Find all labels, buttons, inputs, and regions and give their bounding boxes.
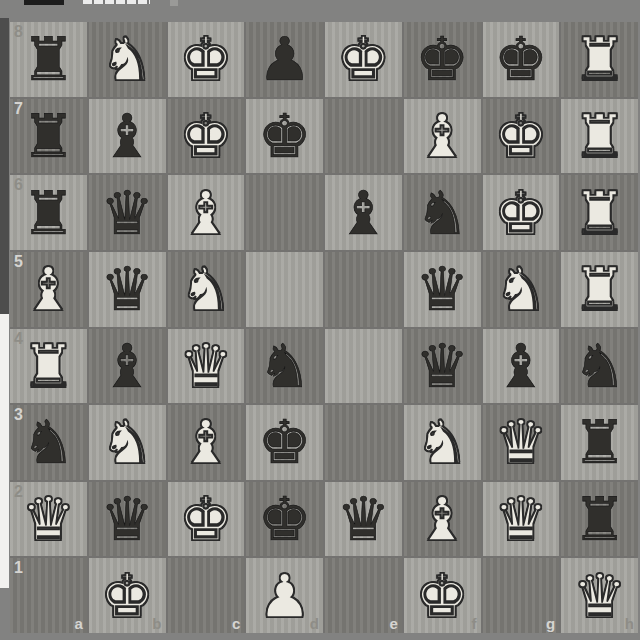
square-h7[interactable]: ♜ (561, 99, 638, 174)
piece-white-bishop-a5[interactable]: ♝ (21, 259, 75, 319)
square-a6[interactable]: 6♜ (10, 175, 87, 250)
square-h1[interactable]: h♛ (561, 558, 638, 633)
square-e7[interactable] (325, 99, 402, 174)
square-c3[interactable]: ♝ (168, 405, 245, 480)
square-a5[interactable]: 5♝ (10, 252, 87, 327)
piece-black-queen-b2[interactable]: ♛ (100, 489, 154, 549)
piece-white-queen-g2[interactable]: ♛ (494, 489, 548, 549)
square-a1[interactable]: 1a (10, 558, 87, 633)
square-g3[interactable]: ♛ (483, 405, 560, 480)
square-g7[interactable]: ♚ (483, 99, 560, 174)
piece-black-rook-a7[interactable]: ♜ (21, 106, 75, 166)
square-e2[interactable]: ♛ (325, 482, 402, 557)
square-g5[interactable]: ♞ (483, 252, 560, 327)
square-b3[interactable]: ♞ (89, 405, 166, 480)
chess-board: 8♜♞♚♟♚♚♚♜7♜♝♚♚♝♚♜6♜♛♝♝♞♚♜5♝♛♞♛♞♜4♜♝♛♞♛♝♞… (10, 22, 638, 633)
piece-black-queen-f4[interactable]: ♛ (415, 336, 469, 396)
square-d8[interactable]: ♟ (246, 22, 323, 97)
file-label-b: b (152, 615, 161, 632)
piece-black-bishop-e6[interactable]: ♝ (336, 183, 390, 243)
piece-white-pawn-d1[interactable]: ♟ (258, 566, 312, 626)
square-a7[interactable]: 7♜ (10, 99, 87, 174)
piece-white-bishop-f7[interactable]: ♝ (415, 106, 469, 166)
piece-white-knight-b3[interactable]: ♞ (100, 412, 154, 472)
piece-white-king-g6[interactable]: ♚ (494, 183, 548, 243)
square-b7[interactable]: ♝ (89, 99, 166, 174)
toolbar-fragment-dark (24, 0, 64, 5)
evaluation-bar-black-portion (0, 18, 9, 314)
piece-black-king-f8[interactable]: ♚ (415, 29, 469, 89)
piece-black-king-d3[interactable]: ♚ (258, 412, 312, 472)
square-b4[interactable]: ♝ (89, 329, 166, 404)
square-e3[interactable] (325, 405, 402, 480)
piece-white-knight-f3[interactable]: ♞ (415, 412, 469, 472)
rank-label-4: 4 (14, 330, 23, 348)
piece-white-queen-c4[interactable]: ♛ (179, 336, 233, 396)
square-c6[interactable]: ♝ (168, 175, 245, 250)
square-c1[interactable]: c (168, 558, 245, 633)
square-b2[interactable]: ♛ (89, 482, 166, 557)
piece-white-king-c7[interactable]: ♚ (179, 106, 233, 166)
square-c8[interactable]: ♚ (168, 22, 245, 97)
toolbar-fragment-strip (83, 0, 150, 4)
piece-white-rook-h5[interactable]: ♜ (573, 259, 627, 319)
square-b6[interactable]: ♛ (89, 175, 166, 250)
piece-white-knight-g5[interactable]: ♞ (494, 259, 548, 319)
square-d1[interactable]: d♟ (246, 558, 323, 633)
square-a4[interactable]: 4♜ (10, 329, 87, 404)
square-a3[interactable]: 3♞ (10, 405, 87, 480)
toolbar-fragment-square (170, 0, 178, 6)
file-label-e: e (389, 615, 397, 632)
rank-label-8: 8 (14, 23, 23, 41)
piece-white-queen-a2[interactable]: ♛ (21, 489, 75, 549)
piece-black-pawn-d8[interactable]: ♟ (258, 29, 312, 89)
square-f1[interactable]: f♚ (404, 558, 481, 633)
piece-black-knight-h4[interactable]: ♞ (573, 336, 627, 396)
square-h5[interactable]: ♜ (561, 252, 638, 327)
piece-white-rook-h7[interactable]: ♜ (573, 106, 627, 166)
piece-black-bishop-b4[interactable]: ♝ (100, 336, 154, 396)
piece-black-king-d7[interactable]: ♚ (258, 106, 312, 166)
square-h3[interactable]: ♜ (561, 405, 638, 480)
square-d3[interactable]: ♚ (246, 405, 323, 480)
piece-white-bishop-c6[interactable]: ♝ (179, 183, 233, 243)
square-f5[interactable]: ♛ (404, 252, 481, 327)
square-g4[interactable]: ♝ (483, 329, 560, 404)
square-f3[interactable]: ♞ (404, 405, 481, 480)
piece-white-knight-b8[interactable]: ♞ (100, 29, 154, 89)
square-g8[interactable]: ♚ (483, 22, 560, 97)
piece-black-knight-d4[interactable]: ♞ (258, 336, 312, 396)
rank-label-6: 6 (14, 176, 23, 194)
square-a2[interactable]: 2♛ (10, 482, 87, 557)
square-e8[interactable]: ♚ (325, 22, 402, 97)
square-f2[interactable]: ♝ (404, 482, 481, 557)
file-label-c: c (232, 615, 240, 632)
piece-white-rook-h8[interactable]: ♜ (573, 29, 627, 89)
piece-black-king-d2[interactable]: ♚ (258, 489, 312, 549)
square-h2[interactable]: ♜ (561, 482, 638, 557)
evaluation-bar-white-portion (0, 314, 9, 588)
piece-black-queen-b5[interactable]: ♛ (100, 259, 154, 319)
square-d7[interactable]: ♚ (246, 99, 323, 174)
piece-white-king-g7[interactable]: ♚ (494, 106, 548, 166)
square-d2[interactable]: ♚ (246, 482, 323, 557)
piece-black-bishop-b7[interactable]: ♝ (100, 106, 154, 166)
square-f6[interactable]: ♞ (404, 175, 481, 250)
piece-black-queen-f5[interactable]: ♛ (415, 259, 469, 319)
square-e1[interactable]: e (325, 558, 402, 633)
file-label-d: d (310, 615, 319, 632)
piece-white-rook-a4[interactable]: ♜ (21, 336, 75, 396)
piece-black-rook-h3[interactable]: ♜ (573, 412, 627, 472)
square-d6[interactable] (246, 175, 323, 250)
piece-black-knight-f6[interactable]: ♞ (415, 183, 469, 243)
square-h6[interactable]: ♜ (561, 175, 638, 250)
square-g6[interactable]: ♚ (483, 175, 560, 250)
piece-black-knight-a3[interactable]: ♞ (21, 412, 75, 472)
square-f4[interactable]: ♛ (404, 329, 481, 404)
piece-white-king-b1[interactable]: ♚ (100, 566, 154, 626)
chess-app-screen: 8♜♞♚♟♚♚♚♜7♜♝♚♚♝♚♜6♜♛♝♝♞♚♜5♝♛♞♛♞♜4♜♝♛♞♛♝♞… (0, 0, 640, 640)
square-e5[interactable] (325, 252, 402, 327)
piece-black-rook-h2[interactable]: ♜ (573, 489, 627, 549)
square-c2[interactable]: ♚ (168, 482, 245, 557)
square-g1[interactable]: g (483, 558, 560, 633)
square-a8[interactable]: 8♜ (10, 22, 87, 97)
piece-black-king-g8[interactable]: ♚ (494, 29, 548, 89)
file-label-f: f (472, 615, 477, 632)
piece-black-bishop-g4[interactable]: ♝ (494, 336, 548, 396)
square-c4[interactable]: ♛ (168, 329, 245, 404)
piece-white-king-c2[interactable]: ♚ (179, 489, 233, 549)
square-e4[interactable] (325, 329, 402, 404)
square-e6[interactable]: ♝ (325, 175, 402, 250)
piece-white-king-c8[interactable]: ♚ (179, 29, 233, 89)
square-b1[interactable]: b♚ (89, 558, 166, 633)
piece-white-queen-g3[interactable]: ♛ (494, 412, 548, 472)
piece-white-rook-h6[interactable]: ♜ (573, 183, 627, 243)
square-h4[interactable]: ♞ (561, 329, 638, 404)
square-f8[interactable]: ♚ (404, 22, 481, 97)
rank-label-3: 3 (14, 406, 23, 424)
square-f7[interactable]: ♝ (404, 99, 481, 174)
piece-black-rook-a8[interactable]: ♜ (21, 29, 75, 89)
piece-white-king-e8[interactable]: ♚ (336, 29, 390, 89)
square-d5[interactable] (246, 252, 323, 327)
piece-white-king-f1[interactable]: ♚ (415, 566, 469, 626)
piece-black-queen-e2[interactable]: ♛ (336, 489, 390, 549)
file-label-h: h (625, 615, 634, 632)
rank-label-2: 2 (14, 483, 23, 501)
evaluation-bar (0, 18, 9, 588)
piece-white-bishop-f2[interactable]: ♝ (415, 489, 469, 549)
square-g2[interactable]: ♛ (483, 482, 560, 557)
square-d4[interactable]: ♞ (246, 329, 323, 404)
piece-black-rook-a6[interactable]: ♜ (21, 183, 75, 243)
square-b5[interactable]: ♛ (89, 252, 166, 327)
rank-label-5: 5 (14, 253, 23, 271)
square-h8[interactable]: ♜ (561, 22, 638, 97)
square-b8[interactable]: ♞ (89, 22, 166, 97)
piece-black-queen-b6[interactable]: ♛ (100, 183, 154, 243)
file-label-g: g (546, 615, 555, 632)
piece-white-queen-h1[interactable]: ♛ (573, 566, 627, 626)
square-c5[interactable]: ♞ (168, 252, 245, 327)
piece-white-bishop-c3[interactable]: ♝ (179, 412, 233, 472)
file-label-a: a (74, 615, 82, 632)
rank-label-7: 7 (14, 100, 23, 118)
rank-label-1: 1 (14, 559, 23, 577)
piece-white-knight-c5[interactable]: ♞ (179, 259, 233, 319)
square-c7[interactable]: ♚ (168, 99, 245, 174)
